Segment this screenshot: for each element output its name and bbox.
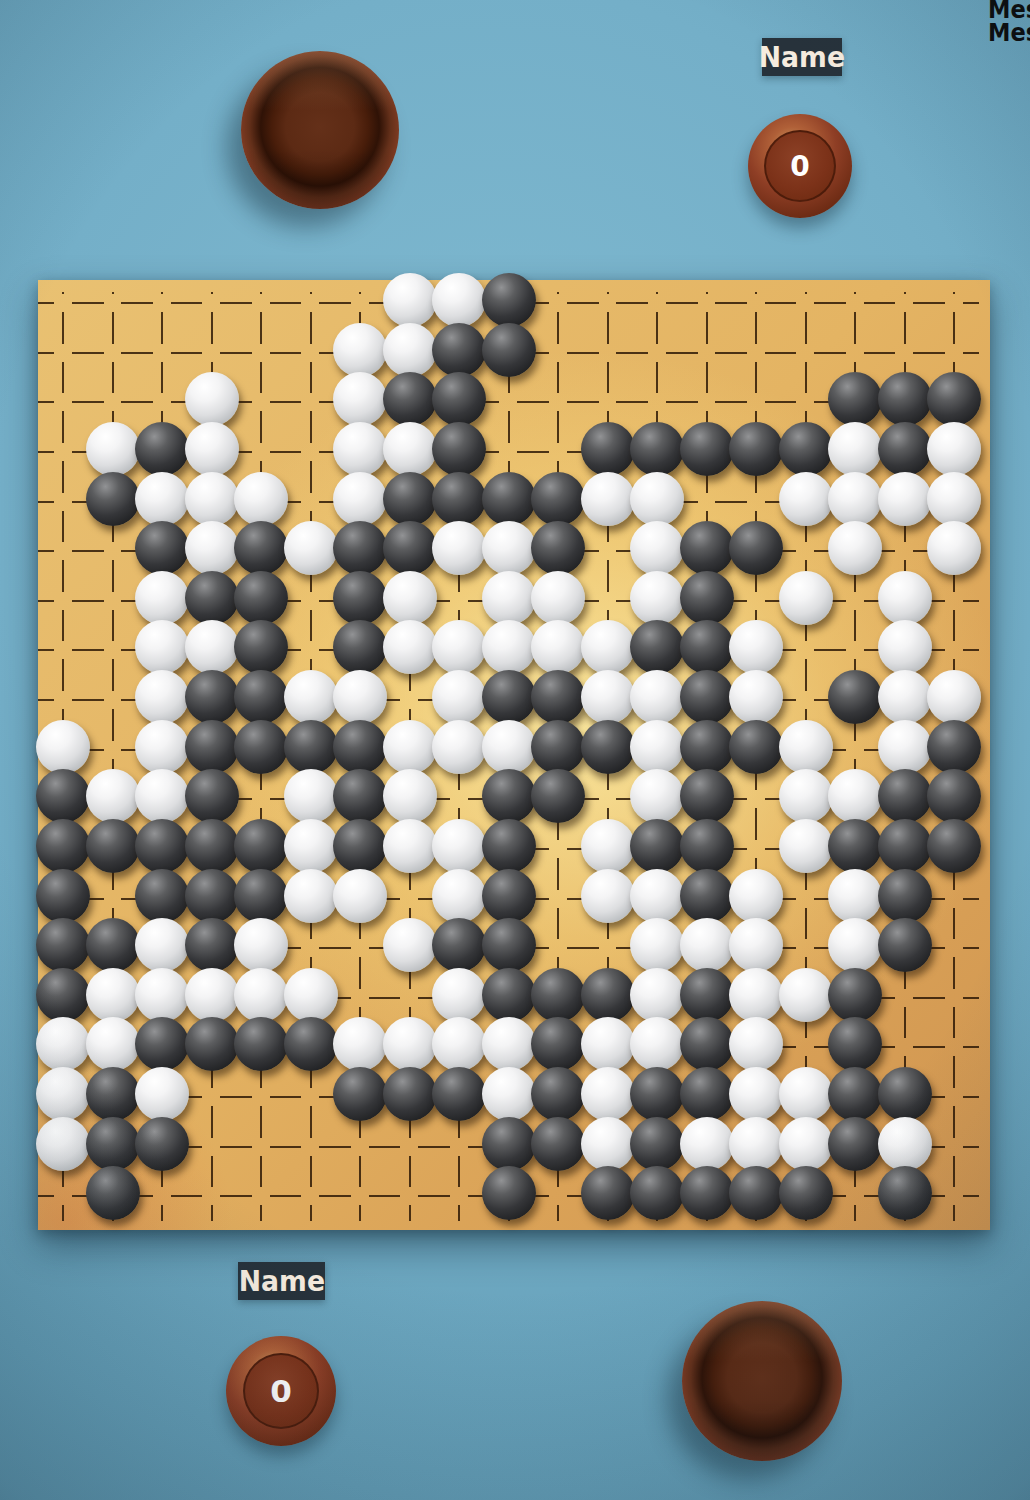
capture-counter-bottom: 0: [243, 1353, 320, 1430]
stone-white: [333, 472, 387, 526]
stone-black: [86, 1166, 140, 1220]
stone-white: [630, 472, 684, 526]
stone-white: [630, 869, 684, 923]
stone-black: [729, 1166, 783, 1220]
stone-white: [729, 968, 783, 1022]
stone-black: [333, 720, 387, 774]
stone-black: [531, 1117, 585, 1171]
stone-black: [234, 521, 288, 575]
stone-white: [878, 670, 932, 724]
stone-white: [284, 869, 338, 923]
stone-white: [383, 620, 437, 674]
stone-white: [878, 472, 932, 526]
stone-white: [630, 968, 684, 1022]
stone-white: [333, 323, 387, 377]
stone-white: [284, 769, 338, 823]
stone-black: [482, 472, 536, 526]
stone-black: [581, 720, 635, 774]
stone-black: [531, 1067, 585, 1121]
stone-black: [581, 1166, 635, 1220]
stone-bowl-top-left: [241, 51, 399, 209]
stone-white: [432, 273, 486, 327]
stone-black: [284, 1017, 338, 1071]
stone-black: [482, 1166, 536, 1220]
capture-counter-top: 0: [764, 130, 837, 203]
stone-black: [828, 1017, 882, 1071]
stone-black: [284, 720, 338, 774]
stone-black: [185, 819, 239, 873]
stone-black: [234, 620, 288, 674]
stone-white: [135, 571, 189, 625]
stone-black: [531, 521, 585, 575]
stone-black: [185, 670, 239, 724]
go-board[interactable]: [38, 280, 990, 1230]
stone-white: [828, 869, 882, 923]
stone-white: [36, 1117, 90, 1171]
stone-black: [878, 1166, 932, 1220]
stone-white: [878, 571, 932, 625]
stone-black: [482, 769, 536, 823]
stone-white: [135, 968, 189, 1022]
stone-black: [86, 918, 140, 972]
stone-white: [581, 620, 635, 674]
stone-black: [185, 720, 239, 774]
stone-white: [779, 472, 833, 526]
stone-black: [531, 670, 585, 724]
stone-black: [135, 521, 189, 575]
stone-white: [927, 472, 981, 526]
stone-white: [729, 1017, 783, 1071]
stone-white: [135, 720, 189, 774]
stone-black: [333, 521, 387, 575]
stone-white: [828, 769, 882, 823]
stone-white: [729, 620, 783, 674]
stone-white: [630, 1017, 684, 1071]
stone-black: [333, 819, 387, 873]
stone-white: [581, 670, 635, 724]
menu-line-2[interactable]: Mes: [988, 21, 1030, 44]
stone-white: [878, 720, 932, 774]
stone-white: [432, 869, 486, 923]
stone-black: [482, 670, 536, 724]
stone-white: [630, 521, 684, 575]
player-name-top-label: Name: [759, 40, 845, 74]
bowl-lid-top-right: 0: [748, 114, 852, 218]
stone-white: [729, 1067, 783, 1121]
stone-black: [927, 819, 981, 873]
stone-white: [531, 571, 585, 625]
stone-white: [729, 1117, 783, 1171]
stone-black: [531, 472, 585, 526]
stone-black: [779, 422, 833, 476]
stone-black: [234, 1017, 288, 1071]
stone-black: [927, 769, 981, 823]
stone-black: [234, 670, 288, 724]
stone-white: [36, 1067, 90, 1121]
stone-white: [779, 968, 833, 1022]
stone-white: [927, 422, 981, 476]
stone-black: [927, 372, 981, 426]
stone-black: [432, 918, 486, 972]
stone-white: [581, 1017, 635, 1071]
stone-black: [680, 521, 734, 575]
stone-black: [482, 273, 536, 327]
stone-black: [234, 819, 288, 873]
stone-black: [234, 869, 288, 923]
stone-black: [383, 521, 437, 575]
stone-white: [383, 819, 437, 873]
stone-white: [284, 670, 338, 724]
stone-white: [135, 472, 189, 526]
stone-bowl-bottom-right: [682, 1301, 842, 1461]
stone-black: [234, 720, 288, 774]
stone-white: [185, 372, 239, 426]
stone-black: [185, 1017, 239, 1071]
stone-black: [878, 769, 932, 823]
stone-white: [135, 769, 189, 823]
stone-white: [383, 422, 437, 476]
stone-black: [482, 323, 536, 377]
stone-black: [680, 1017, 734, 1071]
stone-white: [383, 769, 437, 823]
stone-black: [630, 620, 684, 674]
stone-white: [779, 1117, 833, 1171]
stone-black: [779, 1166, 833, 1220]
stone-white: [680, 918, 734, 972]
stone-black: [531, 769, 585, 823]
stone-black: [680, 571, 734, 625]
stone-white: [432, 620, 486, 674]
stone-white: [284, 968, 338, 1022]
stone-black: [36, 819, 90, 873]
stone-white: [185, 472, 239, 526]
stone-black: [383, 372, 437, 426]
stone-white: [828, 422, 882, 476]
stone-white: [729, 670, 783, 724]
stone-black: [86, 1067, 140, 1121]
stone-white: [482, 571, 536, 625]
stone-black: [333, 620, 387, 674]
stone-black: [482, 869, 536, 923]
player-name-top: Name: [762, 38, 842, 76]
stone-white: [185, 968, 239, 1022]
stone-white: [185, 422, 239, 476]
stone-black: [828, 819, 882, 873]
stone-black: [86, 472, 140, 526]
stone-black: [432, 472, 486, 526]
stone-white: [36, 720, 90, 774]
stone-black: [680, 422, 734, 476]
stone-white: [383, 918, 437, 972]
stone-white: [680, 1117, 734, 1171]
stone-black: [135, 422, 189, 476]
stone-white: [383, 323, 437, 377]
stone-black: [185, 869, 239, 923]
stone-black: [86, 819, 140, 873]
stone-white: [432, 521, 486, 575]
stone-black: [630, 819, 684, 873]
stone-white: [482, 620, 536, 674]
stone-black: [680, 670, 734, 724]
stone-white: [581, 869, 635, 923]
stone-white: [432, 819, 486, 873]
stone-black: [333, 571, 387, 625]
stone-black: [828, 1067, 882, 1121]
player-name-bottom-label: Name: [238, 1264, 324, 1298]
stone-white: [482, 720, 536, 774]
stone-white: [630, 769, 684, 823]
stone-white: [581, 472, 635, 526]
stone-white: [383, 571, 437, 625]
stone-black: [135, 819, 189, 873]
stone-black: [185, 918, 239, 972]
stone-white: [779, 769, 833, 823]
stone-black: [680, 720, 734, 774]
stone-black: [36, 968, 90, 1022]
stone-white: [531, 620, 585, 674]
stone-black: [878, 422, 932, 476]
stone-black: [680, 1166, 734, 1220]
stone-black: [185, 571, 239, 625]
stone-white: [185, 620, 239, 674]
stone-black: [383, 472, 437, 526]
stone-black: [729, 720, 783, 774]
stone-black: [630, 422, 684, 476]
stone-white: [383, 1017, 437, 1071]
stone-black: [185, 769, 239, 823]
stone-black: [878, 918, 932, 972]
stone-white: [333, 869, 387, 923]
stone-black: [878, 869, 932, 923]
stone-black: [531, 720, 585, 774]
stone-white: [185, 521, 239, 575]
stone-black: [432, 1067, 486, 1121]
stone-white: [581, 1067, 635, 1121]
stone-black: [680, 869, 734, 923]
stone-black: [828, 372, 882, 426]
stone-white: [36, 1017, 90, 1071]
player-name-bottom: Name: [238, 1262, 325, 1300]
stone-white: [927, 670, 981, 724]
stone-black: [432, 422, 486, 476]
stone-black: [927, 720, 981, 774]
stone-black: [680, 819, 734, 873]
stone-white: [828, 918, 882, 972]
stone-white: [828, 521, 882, 575]
stone-black: [878, 819, 932, 873]
stone-black: [680, 1067, 734, 1121]
stone-black: [581, 968, 635, 1022]
stone-black: [630, 1067, 684, 1121]
stone-white: [333, 670, 387, 724]
bowl-lid-bottom-left: 0: [226, 1336, 336, 1446]
stone-black: [630, 1117, 684, 1171]
stone-white: [630, 571, 684, 625]
stone-white: [86, 1017, 140, 1071]
stone-black: [36, 918, 90, 972]
stone-white: [779, 819, 833, 873]
app-background: Mes Mes Name 0 Name 0: [0, 0, 1030, 1500]
stone-black: [482, 1117, 536, 1171]
stone-white: [878, 620, 932, 674]
stone-black: [135, 1017, 189, 1071]
stone-black: [531, 968, 585, 1022]
messages-menu-clipped[interactable]: Mes Mes: [988, 0, 1030, 44]
stone-white: [729, 869, 783, 923]
stone-black: [482, 819, 536, 873]
stone-black: [383, 1067, 437, 1121]
stone-white: [86, 769, 140, 823]
stone-white: [482, 521, 536, 575]
stone-black: [333, 1067, 387, 1121]
stone-black: [680, 968, 734, 1022]
stone-black: [828, 670, 882, 724]
stone-black: [36, 869, 90, 923]
stone-white: [482, 1067, 536, 1121]
stone-black: [135, 869, 189, 923]
stone-white: [581, 1117, 635, 1171]
stone-white: [284, 819, 338, 873]
stone-white: [333, 422, 387, 476]
stone-black: [333, 769, 387, 823]
stone-black: [828, 1117, 882, 1171]
stone-black: [36, 769, 90, 823]
stone-black: [630, 1166, 684, 1220]
stone-white: [234, 968, 288, 1022]
stone-white: [630, 670, 684, 724]
stone-black: [86, 1117, 140, 1171]
stone-white: [630, 720, 684, 774]
stone-black: [729, 422, 783, 476]
stone-white: [432, 968, 486, 1022]
stone-black: [828, 968, 882, 1022]
stone-white: [135, 620, 189, 674]
stone-white: [234, 472, 288, 526]
stone-black: [878, 1067, 932, 1121]
stone-black: [135, 1117, 189, 1171]
stone-black: [531, 1017, 585, 1071]
stone-white: [779, 720, 833, 774]
stone-white: [284, 521, 338, 575]
stone-white: [135, 670, 189, 724]
stone-black: [878, 372, 932, 426]
stone-white: [432, 720, 486, 774]
stone-white: [86, 968, 140, 1022]
stone-black: [234, 571, 288, 625]
stone-white: [135, 1067, 189, 1121]
stone-black: [482, 918, 536, 972]
stone-white: [779, 571, 833, 625]
stone-white: [729, 918, 783, 972]
stone-white: [333, 372, 387, 426]
stone-white: [482, 1017, 536, 1071]
stone-white: [383, 273, 437, 327]
stone-white: [581, 819, 635, 873]
stone-white: [432, 670, 486, 724]
stone-black: [432, 323, 486, 377]
stone-black: [680, 769, 734, 823]
stone-white: [86, 422, 140, 476]
stone-white: [333, 1017, 387, 1071]
stone-black: [581, 422, 635, 476]
stone-white: [927, 521, 981, 575]
stone-white: [234, 918, 288, 972]
stone-white: [878, 1117, 932, 1171]
stone-black: [729, 521, 783, 575]
stone-black: [680, 620, 734, 674]
stone-white: [630, 918, 684, 972]
stone-white: [779, 1067, 833, 1121]
stone-black: [432, 372, 486, 426]
stone-white: [135, 918, 189, 972]
stone-white: [828, 472, 882, 526]
stone-black: [482, 968, 536, 1022]
stone-white: [383, 720, 437, 774]
stone-white: [432, 1017, 486, 1071]
